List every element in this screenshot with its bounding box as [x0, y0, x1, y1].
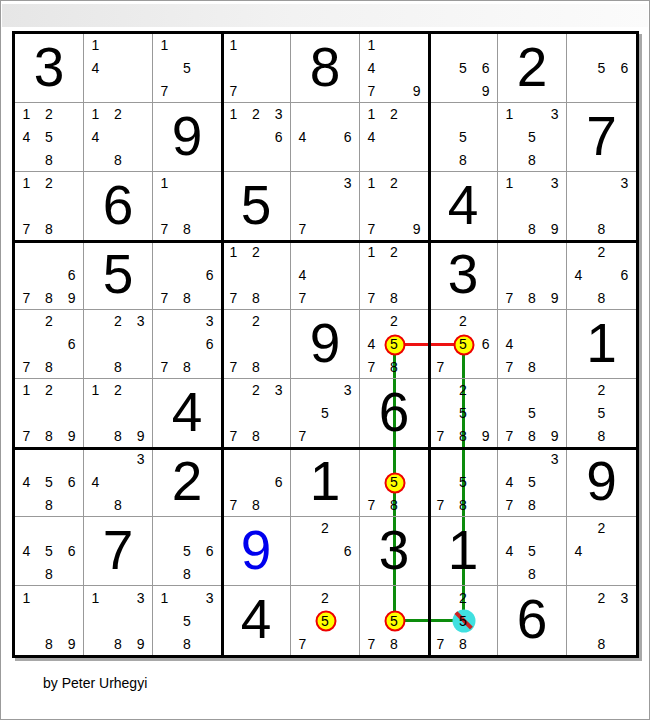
cell-r6c2[interactable]: 1289 — [84, 379, 153, 448]
candidate-digit: 1 — [222, 103, 245, 126]
cell-r6c4[interactable]: 2378 — [222, 379, 291, 448]
candidate-digit: 2 — [590, 379, 613, 402]
candidate-empty — [267, 148, 290, 171]
candidates: 258 — [567, 379, 636, 447]
cell-r5c9[interactable]: 1 — [567, 310, 636, 379]
candidate-empty — [60, 586, 83, 609]
solved-digit-given: 5 — [84, 241, 152, 309]
puzzle-credit: by Peter Urhegyi — [43, 675, 147, 691]
candidate-empty — [452, 34, 475, 57]
candidates: 1389 — [498, 172, 566, 240]
candidate-empty — [405, 34, 428, 57]
candidate-empty — [567, 402, 590, 425]
cell-r1c6[interactable]: 1479 — [360, 34, 429, 103]
candidate-empty — [360, 264, 383, 287]
candidate-empty — [474, 148, 497, 171]
cell-r1c8[interactable]: 2 — [498, 34, 567, 103]
candidate-digit: 4 — [567, 264, 590, 287]
candidate-empty — [245, 471, 268, 494]
cell-r4c2[interactable]: 5 — [84, 241, 153, 310]
candidate-empty — [84, 355, 107, 378]
cell-r8c3[interactable]: 568 — [153, 517, 222, 586]
candidate-empty — [60, 402, 83, 425]
candidate-empty — [521, 517, 544, 540]
candidates: 789 — [498, 241, 566, 309]
candidates: 25789 — [429, 379, 497, 447]
candidates: 1389 — [84, 586, 152, 655]
cell-r1c1[interactable]: 3 — [15, 34, 84, 103]
candidates: 238 — [84, 310, 152, 378]
candidate-empty — [543, 195, 566, 218]
candidate-digit: 7 — [222, 79, 245, 102]
candidate-empty — [15, 241, 38, 264]
candidate-empty — [60, 517, 83, 540]
cell-r6c5[interactable]: 357 — [291, 379, 360, 448]
candidate-empty — [383, 217, 406, 240]
cell-r9c1[interactable]: 189 — [15, 586, 84, 655]
candidate-digit: 5 — [314, 609, 337, 632]
candidate-empty — [60, 241, 83, 264]
cell-r6c8[interactable]: 5789 — [498, 379, 567, 448]
cell-r2c1[interactable]: 12458 — [15, 103, 84, 172]
candidate-digit: 1 — [84, 34, 107, 57]
candidates: 578 — [360, 586, 428, 655]
candidates: 34578 — [498, 448, 566, 516]
cell-r3c7[interactable]: 4 — [429, 172, 498, 241]
cell-r5c1[interactable]: 2678 — [15, 310, 84, 379]
candidate-empty — [590, 195, 613, 218]
candidate-empty — [245, 264, 268, 287]
cell-r1c4[interactable]: 17 — [222, 34, 291, 103]
candidate-digit: 7 — [222, 355, 245, 378]
candidate-empty — [429, 586, 452, 609]
candidate-empty — [84, 402, 107, 425]
candidate-digit: 3 — [129, 310, 152, 333]
candidate-digit: 5 — [383, 333, 406, 356]
cell-r8c5[interactable]: 26 — [291, 517, 360, 586]
cell-r6c3[interactable]: 4 — [153, 379, 222, 448]
candidate-empty — [107, 586, 130, 609]
cell-r5c8[interactable]: 478 — [498, 310, 567, 379]
candidate-empty — [474, 609, 497, 632]
candidate-empty — [129, 34, 152, 57]
cell-r7c7[interactable]: 578 — [429, 448, 498, 517]
candidate-empty — [84, 148, 107, 171]
candidate-digit: 2 — [383, 172, 406, 195]
candidate-empty — [153, 632, 176, 655]
candidates: 1279 — [360, 172, 428, 240]
candidate-empty — [405, 286, 428, 309]
candidate-empty — [336, 195, 359, 218]
candidate-empty — [567, 424, 590, 447]
candidate-digit: 8 — [521, 148, 544, 171]
candidate-empty — [474, 310, 497, 333]
cell-r3c4[interactable]: 5 — [222, 172, 291, 241]
candidate-digit: 6 — [198, 264, 221, 287]
cell-r6c9[interactable]: 258 — [567, 379, 636, 448]
candidate-empty — [567, 286, 590, 309]
cell-r1c7[interactable]: 569 — [429, 34, 498, 103]
candidate-digit: 3 — [543, 103, 566, 126]
candidate-empty — [405, 632, 428, 655]
cell-r4c9[interactable]: 2468 — [567, 241, 636, 310]
cell-r1c2[interactable]: 14 — [84, 34, 153, 103]
candidate-digit: 1 — [222, 34, 245, 57]
candidate-digit: 8 — [107, 424, 130, 447]
candidate-empty — [567, 517, 590, 540]
solved-digit-given: 8 — [291, 34, 359, 102]
candidate-empty — [38, 402, 61, 425]
candidate-empty — [336, 148, 359, 171]
candidate-empty — [405, 103, 428, 126]
cell-r5c2[interactable]: 238 — [84, 310, 153, 379]
candidate-empty — [60, 103, 83, 126]
candidate-empty — [245, 34, 268, 57]
candidate-empty — [405, 195, 428, 218]
candidate-empty — [383, 195, 406, 218]
candidate-empty — [314, 148, 337, 171]
cell-r7c8[interactable]: 34578 — [498, 448, 567, 517]
candidate-digit: 5 — [452, 402, 475, 425]
candidates: 1278 — [15, 172, 83, 240]
candidate-empty — [314, 126, 337, 149]
candidate-digit: 8 — [176, 355, 199, 378]
candidates: 2678 — [15, 310, 83, 378]
candidate-empty — [84, 493, 107, 516]
solved-digit-given: 2 — [153, 448, 221, 516]
cell-r2c7[interactable]: 58 — [429, 103, 498, 172]
candidate-empty — [107, 609, 130, 632]
candidate-empty — [360, 195, 383, 218]
candidate-empty — [543, 471, 566, 494]
candidate-empty — [267, 264, 290, 287]
candidate-empty — [383, 448, 406, 471]
cell-r9c8[interactable]: 6 — [498, 586, 567, 655]
candidate-digit: 7 — [498, 355, 521, 378]
candidate-empty — [314, 540, 337, 563]
candidate-empty — [15, 632, 38, 655]
cell-r8c8[interactable]: 458 — [498, 517, 567, 586]
candidate-empty — [613, 195, 636, 218]
candidates: 56 — [567, 34, 636, 102]
cell-r4c1[interactable]: 6789 — [15, 241, 84, 310]
cell-r7c3[interactable]: 2 — [153, 448, 222, 517]
candidate-digit: 8 — [521, 424, 544, 447]
candidate-empty — [129, 402, 152, 425]
cell-r9c5[interactable]: 257 — [291, 586, 360, 655]
candidate-empty — [107, 57, 130, 80]
candidate-empty — [314, 217, 337, 240]
candidate-empty — [222, 448, 245, 471]
cell-r8c9[interactable]: 24 — [567, 517, 636, 586]
candidate-digit: 6 — [336, 540, 359, 563]
candidate-digit: 2 — [383, 241, 406, 264]
candidates: 157 — [153, 34, 221, 102]
candidate-empty — [336, 609, 359, 632]
cell-r7c6[interactable]: 578 — [360, 448, 429, 517]
candidate-empty — [245, 148, 268, 171]
cell-r8c6[interactable]: 3 — [360, 517, 429, 586]
candidates: 26 — [291, 517, 359, 585]
cell-r9c7[interactable]: 2578 — [429, 586, 498, 655]
candidate-digit: 3 — [336, 172, 359, 195]
cell-r1c3[interactable]: 157 — [153, 34, 222, 103]
solved-digit-given: 1 — [429, 517, 497, 585]
candidate-empty — [336, 264, 359, 287]
candidates: 357 — [291, 379, 359, 447]
candidate-empty — [613, 34, 636, 57]
candidate-empty — [613, 609, 636, 632]
cell-r5c5[interactable]: 9 — [291, 310, 360, 379]
candidate-digit: 1 — [153, 586, 176, 609]
candidate-digit: 1 — [360, 172, 383, 195]
candidate-empty — [38, 241, 61, 264]
cell-r3c1[interactable]: 1278 — [15, 172, 84, 241]
candidate-empty — [590, 34, 613, 57]
candidate-digit: 1 — [153, 34, 176, 57]
candidate-digit: 4 — [84, 57, 107, 80]
cell-r4c8[interactable]: 789 — [498, 241, 567, 310]
candidate-digit: 3 — [613, 172, 636, 195]
candidate-empty — [474, 126, 497, 149]
cell-r2c4[interactable]: 1236 — [222, 103, 291, 172]
solved-digit-given: 7 — [567, 103, 636, 171]
candidate-empty — [198, 355, 221, 378]
candidate-empty — [314, 286, 337, 309]
solved-digit-given: 4 — [429, 172, 497, 240]
cell-r2c2[interactable]: 1248 — [84, 103, 153, 172]
candidate-empty — [336, 562, 359, 585]
cell-r8c7[interactable]: 1 — [429, 517, 498, 586]
candidate-empty — [429, 471, 452, 494]
candidate-empty — [336, 517, 359, 540]
candidate-empty — [405, 493, 428, 516]
cell-r9c4[interactable]: 4 — [222, 586, 291, 655]
candidate-empty — [291, 148, 314, 171]
candidate-empty — [198, 195, 221, 218]
candidate-empty — [543, 379, 566, 402]
candidate-digit: 7 — [291, 632, 314, 655]
cell-r4c4[interactable]: 1278 — [222, 241, 291, 310]
candidate-empty — [429, 448, 452, 471]
solved-digit-given: 4 — [153, 379, 221, 447]
cell-r9c2[interactable]: 1389 — [84, 586, 153, 655]
candidate-empty — [498, 195, 521, 218]
cell-r8c4[interactable]: 9 — [222, 517, 291, 586]
candidate-empty — [176, 333, 199, 356]
candidate-empty — [176, 586, 199, 609]
candidate-empty — [153, 264, 176, 287]
candidate-empty — [267, 424, 290, 447]
candidate-empty — [405, 310, 428, 333]
candidate-digit: 8 — [590, 286, 613, 309]
candidate-empty — [567, 632, 590, 655]
candidate-digit: 4 — [360, 333, 383, 356]
candidate-empty — [474, 355, 497, 378]
candidates: 1236 — [222, 103, 290, 171]
candidate-empty — [60, 609, 83, 632]
cell-r4c6[interactable]: 1278 — [360, 241, 429, 310]
candidate-empty — [129, 126, 152, 149]
candidates: 178 — [153, 172, 221, 240]
cell-r8c2[interactable]: 7 — [84, 517, 153, 586]
cell-r3c6[interactable]: 1279 — [360, 172, 429, 241]
candidate-empty — [176, 195, 199, 218]
cell-r2c9[interactable]: 7 — [567, 103, 636, 172]
candidate-empty — [429, 126, 452, 149]
cell-r4c3[interactable]: 678 — [153, 241, 222, 310]
candidate-digit: 2 — [38, 379, 61, 402]
candidate-empty — [567, 79, 590, 102]
candidate-empty — [222, 333, 245, 356]
candidates: 46 — [291, 103, 359, 171]
candidate-empty — [314, 195, 337, 218]
candidate-empty — [429, 148, 452, 171]
candidate-digit: 5 — [521, 471, 544, 494]
candidate-empty — [222, 310, 245, 333]
candidate-empty — [245, 333, 268, 356]
candidate-digit: 8 — [176, 632, 199, 655]
candidates: 12789 — [15, 379, 83, 447]
candidate-empty — [360, 448, 383, 471]
candidate-digit: 8 — [176, 562, 199, 585]
candidate-empty — [543, 493, 566, 516]
candidate-empty — [498, 448, 521, 471]
candidate-empty — [60, 310, 83, 333]
candidate-digit: 3 — [613, 586, 636, 609]
candidate-empty — [429, 103, 452, 126]
candidate-empty — [38, 609, 61, 632]
candidate-digit: 7 — [429, 424, 452, 447]
cell-r7c4[interactable]: 678 — [222, 448, 291, 517]
cell-r8c1[interactable]: 4568 — [15, 517, 84, 586]
cell-r5c7[interactable]: 2567 — [429, 310, 498, 379]
candidate-digit: 1 — [84, 103, 107, 126]
candidate-empty — [267, 34, 290, 57]
candidate-empty — [198, 34, 221, 57]
candidate-digit: 7 — [429, 632, 452, 655]
app-window: 3141571781479569256124581248912364612458… — [0, 0, 650, 720]
cell-r3c5[interactable]: 37 — [291, 172, 360, 241]
cell-r3c8[interactable]: 1389 — [498, 172, 567, 241]
candidate-empty — [60, 195, 83, 218]
candidate-digit: 8 — [383, 493, 406, 516]
candidate-digit: 2 — [245, 379, 268, 402]
candidate-empty — [613, 632, 636, 655]
candidate-digit: 1 — [498, 172, 521, 195]
solved-digit-user: 9 — [222, 517, 290, 585]
cell-r9c9[interactable]: 238 — [567, 586, 636, 655]
candidate-empty — [590, 562, 613, 585]
cell-r5c4[interactable]: 278 — [222, 310, 291, 379]
candidate-empty — [15, 195, 38, 218]
cell-r3c3[interactable]: 178 — [153, 172, 222, 241]
candidate-digit: 5 — [176, 540, 199, 563]
candidates: 678 — [222, 448, 290, 516]
cell-r7c5[interactable]: 1 — [291, 448, 360, 517]
candidate-digit: 6 — [60, 540, 83, 563]
cell-r7c1[interactable]: 4568 — [15, 448, 84, 517]
candidates: 24 — [567, 517, 636, 585]
candidate-digit: 7 — [153, 355, 176, 378]
candidate-digit: 1 — [84, 379, 107, 402]
candidate-digit: 4 — [498, 333, 521, 356]
cell-r1c5[interactable]: 8 — [291, 34, 360, 103]
candidate-empty — [498, 148, 521, 171]
candidate-empty — [198, 217, 221, 240]
cell-r4c5[interactable]: 47 — [291, 241, 360, 310]
candidate-digit: 2 — [38, 310, 61, 333]
candidate-empty — [198, 79, 221, 102]
candidate-empty — [543, 126, 566, 149]
candidate-empty — [543, 333, 566, 356]
cell-r6c1[interactable]: 12789 — [15, 379, 84, 448]
candidate-empty — [15, 402, 38, 425]
candidate-empty — [543, 148, 566, 171]
cell-r2c8[interactable]: 1358 — [498, 103, 567, 172]
candidate-empty — [291, 241, 314, 264]
cell-r1c9[interactable]: 56 — [567, 34, 636, 103]
cell-r3c2[interactable]: 6 — [84, 172, 153, 241]
candidate-empty — [198, 241, 221, 264]
candidate-empty — [590, 172, 613, 195]
cell-r7c2[interactable]: 348 — [84, 448, 153, 517]
candidate-digit: 5 — [452, 609, 475, 632]
candidate-digit: 5 — [521, 402, 544, 425]
candidates: 1358 — [498, 103, 566, 171]
candidate-empty — [613, 562, 636, 585]
candidate-empty — [336, 424, 359, 447]
candidate-empty — [291, 379, 314, 402]
candidate-empty — [498, 402, 521, 425]
candidate-digit: 7 — [291, 286, 314, 309]
candidate-empty — [336, 241, 359, 264]
cell-r3c9[interactable]: 38 — [567, 172, 636, 241]
candidate-digit: 2 — [590, 517, 613, 540]
candidates: 24578 — [360, 310, 428, 378]
candidates: 678 — [153, 241, 221, 309]
candidate-digit: 8 — [38, 493, 61, 516]
cell-r9c6[interactable]: 578 — [360, 586, 429, 655]
candidate-empty — [129, 57, 152, 80]
candidate-empty — [452, 355, 475, 378]
cell-r4c7[interactable]: 3 — [429, 241, 498, 310]
cell-r2c5[interactable]: 46 — [291, 103, 360, 172]
candidate-digit: 8 — [452, 493, 475, 516]
cell-r9c3[interactable]: 1358 — [153, 586, 222, 655]
candidate-empty — [15, 517, 38, 540]
candidate-digit: 8 — [38, 632, 61, 655]
candidate-empty — [176, 79, 199, 102]
candidate-empty — [267, 310, 290, 333]
candidate-empty — [267, 493, 290, 516]
candidate-empty — [129, 379, 152, 402]
cell-r2c6[interactable]: 124 — [360, 103, 429, 172]
cell-r6c7[interactable]: 25789 — [429, 379, 498, 448]
cell-r7c9[interactable]: 9 — [567, 448, 636, 517]
cell-r2c3[interactable]: 9 — [153, 103, 222, 172]
cell-r5c6[interactable]: 24578 — [360, 310, 429, 379]
cell-r6c6[interactable]: 6 — [360, 379, 429, 448]
candidate-empty — [314, 562, 337, 585]
candidate-empty — [267, 241, 290, 264]
candidate-empty — [567, 172, 590, 195]
cell-r5c3[interactable]: 3678 — [153, 310, 222, 379]
candidate-empty — [153, 310, 176, 333]
candidate-digit: 1 — [15, 379, 38, 402]
candidate-digit: 7 — [15, 286, 38, 309]
candidates: 47 — [291, 241, 359, 309]
